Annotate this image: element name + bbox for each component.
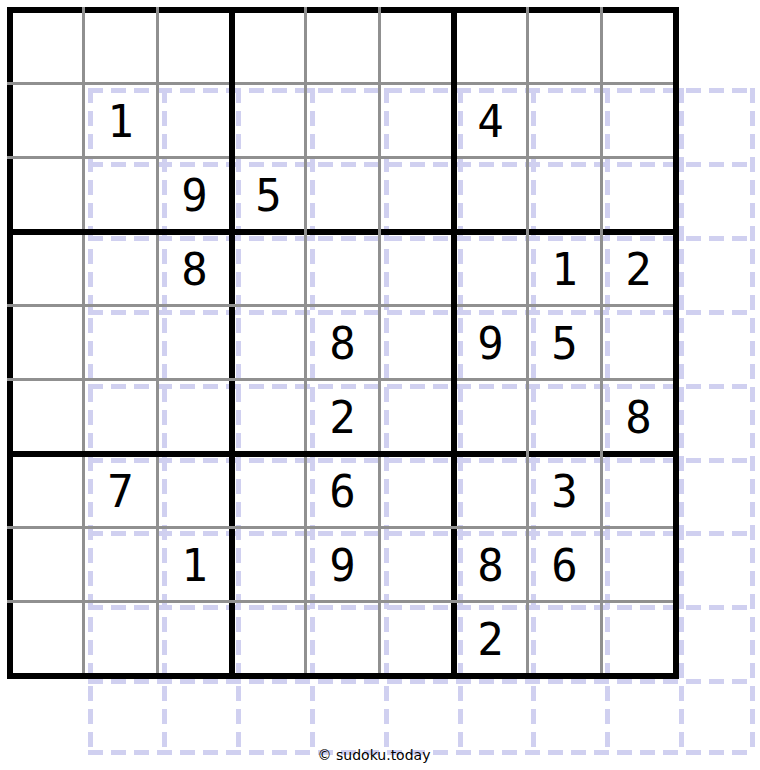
cell-r5c2[interactable] (84, 306, 158, 380)
cell-r1c8[interactable] (528, 10, 602, 84)
cell-r2c2[interactable]: 1 (84, 84, 158, 158)
cell-r6c6[interactable] (380, 380, 454, 454)
cell-r8c7[interactable]: 8 (454, 528, 528, 602)
cell-r5c7[interactable]: 9 (454, 306, 528, 380)
cell-r1c5[interactable] (306, 10, 380, 84)
cell-r6c9[interactable]: 8 (602, 380, 676, 454)
cell-r3c7[interactable] (454, 158, 528, 232)
cell-r9c8[interactable] (528, 602, 602, 676)
cell-r4c3[interactable]: 8 (158, 232, 232, 306)
shadow-grid-dashed-hline (88, 679, 755, 684)
cell-r7c2[interactable]: 7 (84, 454, 158, 528)
cell-r5c5[interactable]: 8 (306, 306, 380, 380)
cell-r7c4[interactable] (232, 454, 306, 528)
cell-r1c9[interactable] (602, 10, 676, 84)
cell-r1c3[interactable] (158, 10, 232, 84)
cell-r4c5[interactable] (306, 232, 380, 306)
cell-r6c1[interactable] (10, 380, 84, 454)
cell-r9c4[interactable] (232, 602, 306, 676)
cell-r7c7[interactable] (454, 454, 528, 528)
copyright-text: © sudoku.today (0, 747, 748, 763)
cell-r7c3[interactable] (158, 454, 232, 528)
cell-r7c1[interactable] (10, 454, 84, 528)
cell-r2c8[interactable] (528, 84, 602, 158)
cell-r8c2[interactable] (84, 528, 158, 602)
cell-r9c9[interactable] (602, 602, 676, 676)
cell-r8c9[interactable] (602, 528, 676, 602)
cell-r4c1[interactable] (10, 232, 84, 306)
cell-r3c1[interactable] (10, 158, 84, 232)
cell-r5c3[interactable] (158, 306, 232, 380)
cell-r6c2[interactable] (84, 380, 158, 454)
cell-r3c4[interactable]: 5 (232, 158, 306, 232)
cell-r5c4[interactable] (232, 306, 306, 380)
cell-r8c5[interactable]: 9 (306, 528, 380, 602)
cell-r2c5[interactable] (306, 84, 380, 158)
cell-r3c2[interactable] (84, 158, 158, 232)
cell-r4c2[interactable] (84, 232, 158, 306)
cell-r4c4[interactable] (232, 232, 306, 306)
cell-r5c9[interactable] (602, 306, 676, 380)
cell-r2c4[interactable] (232, 84, 306, 158)
cell-r8c1[interactable] (10, 528, 84, 602)
cell-r4c7[interactable] (454, 232, 528, 306)
cell-r4c9[interactable]: 2 (602, 232, 676, 306)
cell-r6c8[interactable] (528, 380, 602, 454)
shadow-grid-dashed-vline (750, 88, 755, 755)
cell-r1c6[interactable] (380, 10, 454, 84)
cell-r7c6[interactable] (380, 454, 454, 528)
cell-r8c6[interactable] (380, 528, 454, 602)
cell-r7c5[interactable]: 6 (306, 454, 380, 528)
cell-r6c7[interactable] (454, 380, 528, 454)
cell-r8c4[interactable] (232, 528, 306, 602)
cell-r9c7[interactable]: 2 (454, 602, 528, 676)
cell-r8c8[interactable]: 6 (528, 528, 602, 602)
cell-r6c3[interactable] (158, 380, 232, 454)
cell-r1c7[interactable] (454, 10, 528, 84)
cell-r7c9[interactable] (602, 454, 676, 528)
cell-r2c6[interactable] (380, 84, 454, 158)
cell-r6c4[interactable] (232, 380, 306, 454)
cell-r4c6[interactable] (380, 232, 454, 306)
cell-r9c1[interactable] (10, 602, 84, 676)
cell-r3c3[interactable]: 9 (158, 158, 232, 232)
shadow-grid-dashed-vline (679, 88, 684, 755)
cell-r9c3[interactable] (158, 602, 232, 676)
cell-r7c8[interactable]: 3 (528, 454, 602, 528)
cell-r3c9[interactable] (602, 158, 676, 232)
cell-r3c8[interactable] (528, 158, 602, 232)
cell-r2c7[interactable]: 4 (454, 84, 528, 158)
sudoku-puzzle-image: 14958128952876319862 © sudoku.today (0, 0, 760, 770)
cell-r5c8[interactable]: 5 (528, 306, 602, 380)
cell-r5c6[interactable] (380, 306, 454, 380)
cell-r2c3[interactable] (158, 84, 232, 158)
cell-r6c5[interactable]: 2 (306, 380, 380, 454)
cell-r4c8[interactable]: 1 (528, 232, 602, 306)
cell-r1c1[interactable] (10, 10, 84, 84)
cell-r9c2[interactable] (84, 602, 158, 676)
cell-r2c9[interactable] (602, 84, 676, 158)
cell-r5c1[interactable] (10, 306, 84, 380)
cell-r2c1[interactable] (10, 84, 84, 158)
cell-r1c2[interactable] (84, 10, 158, 84)
cell-r9c6[interactable] (380, 602, 454, 676)
cell-r3c5[interactable] (306, 158, 380, 232)
cell-r3c6[interactable] (380, 158, 454, 232)
cell-r1c4[interactable] (232, 10, 306, 84)
cell-r9c5[interactable] (306, 602, 380, 676)
cell-r8c3[interactable]: 1 (158, 528, 232, 602)
